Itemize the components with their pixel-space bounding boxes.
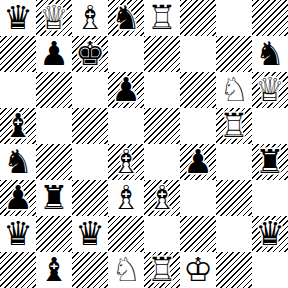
piece-halo: ♛ (252, 72, 288, 108)
piece-halo: ♛ (36, 0, 72, 36)
square-f5[interactable] (180, 108, 216, 144)
piece-black-knight: ♞ (0, 144, 36, 180)
square-e8[interactable]: ♜♖ (144, 0, 180, 36)
square-e4[interactable] (144, 144, 180, 180)
chess-board: ♛♛♛♕♝♗♞♞♜♖♟♟♚♚♞♞♟♟♞♘♛♕♝♝♜♖♞♞♝♗♟♟♜♜♟♟♜♜♝♗… (0, 0, 288, 288)
piece-halo: ♛ (0, 0, 36, 36)
square-a8[interactable]: ♛♛ (0, 0, 36, 36)
square-d1[interactable]: ♞♘ (108, 252, 144, 288)
square-a6[interactable] (0, 72, 36, 108)
piece-black-pawn: ♟ (0, 180, 36, 216)
square-f6[interactable] (180, 72, 216, 108)
piece-black-pawn: ♟ (36, 36, 72, 72)
piece-white-bishop: ♗ (108, 180, 144, 216)
piece-black-queen: ♛ (0, 216, 36, 252)
square-d6[interactable]: ♟♟ (108, 72, 144, 108)
square-h6[interactable]: ♛♕ (252, 72, 288, 108)
piece-halo: ♚ (72, 36, 108, 72)
square-a3[interactable]: ♟♟ (0, 180, 36, 216)
piece-white-rook: ♖ (216, 108, 252, 144)
piece-black-queen: ♛ (72, 216, 108, 252)
square-f2[interactable] (180, 216, 216, 252)
piece-white-rook: ♖ (144, 252, 180, 288)
piece-halo: ♝ (108, 144, 144, 180)
piece-black-rook: ♜ (252, 144, 288, 180)
square-h7[interactable]: ♞♞ (252, 36, 288, 72)
piece-halo: ♝ (108, 180, 144, 216)
piece-halo: ♚ (180, 252, 216, 288)
square-d7[interactable] (108, 36, 144, 72)
square-h2[interactable]: ♛♛ (252, 216, 288, 252)
piece-black-pawn: ♟ (180, 144, 216, 180)
square-h3[interactable] (252, 180, 288, 216)
piece-halo: ♞ (0, 144, 36, 180)
square-e1[interactable]: ♜♖ (144, 252, 180, 288)
piece-white-bishop: ♗ (144, 180, 180, 216)
square-c1[interactable] (72, 252, 108, 288)
square-a7[interactable] (0, 36, 36, 72)
square-f1[interactable]: ♚♔ (180, 252, 216, 288)
square-f8[interactable] (180, 0, 216, 36)
square-a4[interactable]: ♞♞ (0, 144, 36, 180)
square-b8[interactable]: ♛♕ (36, 0, 72, 36)
piece-halo: ♟ (36, 36, 72, 72)
square-e5[interactable] (144, 108, 180, 144)
piece-halo: ♟ (0, 180, 36, 216)
piece-halo: ♜ (216, 108, 252, 144)
piece-black-rook: ♜ (36, 180, 72, 216)
square-c8[interactable]: ♝♗ (72, 0, 108, 36)
square-g4[interactable] (216, 144, 252, 180)
piece-black-bishop: ♝ (36, 252, 72, 288)
piece-white-queen: ♕ (252, 72, 288, 108)
square-f4[interactable]: ♟♟ (180, 144, 216, 180)
piece-halo: ♛ (252, 216, 288, 252)
piece-halo: ♞ (108, 0, 144, 36)
square-e7[interactable] (144, 36, 180, 72)
square-c3[interactable] (72, 180, 108, 216)
square-b1[interactable]: ♝♝ (36, 252, 72, 288)
piece-black-king: ♚ (72, 36, 108, 72)
piece-black-queen: ♛ (252, 216, 288, 252)
piece-halo: ♝ (144, 180, 180, 216)
piece-halo: ♞ (252, 36, 288, 72)
piece-black-queen: ♛ (0, 0, 36, 36)
piece-halo: ♛ (72, 216, 108, 252)
square-h4[interactable]: ♜♜ (252, 144, 288, 180)
square-b3[interactable]: ♜♜ (36, 180, 72, 216)
piece-halo: ♟ (180, 144, 216, 180)
piece-halo: ♝ (0, 108, 36, 144)
square-d2[interactable] (108, 216, 144, 252)
square-f3[interactable] (180, 180, 216, 216)
square-h8[interactable] (252, 0, 288, 36)
piece-halo: ♞ (108, 252, 144, 288)
piece-white-bishop: ♗ (108, 144, 144, 180)
square-h1[interactable] (252, 252, 288, 288)
square-g5[interactable]: ♜♖ (216, 108, 252, 144)
piece-black-pawn: ♟ (108, 72, 144, 108)
square-g6[interactable]: ♞♘ (216, 72, 252, 108)
square-g8[interactable] (216, 0, 252, 36)
square-b7[interactable]: ♟♟ (36, 36, 72, 72)
piece-halo: ♛ (0, 216, 36, 252)
square-h5[interactable] (252, 108, 288, 144)
square-b5[interactable] (36, 108, 72, 144)
piece-white-knight: ♘ (216, 72, 252, 108)
square-g7[interactable] (216, 36, 252, 72)
square-g1[interactable] (216, 252, 252, 288)
piece-halo: ♜ (36, 180, 72, 216)
piece-halo: ♜ (144, 0, 180, 36)
square-c2[interactable]: ♛♛ (72, 216, 108, 252)
square-b2[interactable] (36, 216, 72, 252)
square-c5[interactable] (72, 108, 108, 144)
square-d8[interactable]: ♞♞ (108, 0, 144, 36)
square-a2[interactable]: ♛♛ (0, 216, 36, 252)
piece-halo: ♜ (144, 252, 180, 288)
square-a5[interactable]: ♝♝ (0, 108, 36, 144)
square-e2[interactable] (144, 216, 180, 252)
piece-black-knight: ♞ (252, 36, 288, 72)
square-c6[interactable] (72, 72, 108, 108)
square-c7[interactable]: ♚♚ (72, 36, 108, 72)
square-b4[interactable] (36, 144, 72, 180)
square-d5[interactable] (108, 108, 144, 144)
piece-white-king: ♔ (180, 252, 216, 288)
square-b6[interactable] (36, 72, 72, 108)
piece-white-queen: ♕ (36, 0, 72, 36)
square-e3[interactable]: ♝♗ (144, 180, 180, 216)
piece-halo: ♜ (252, 144, 288, 180)
piece-halo: ♟ (108, 72, 144, 108)
square-d4[interactable]: ♝♗ (108, 144, 144, 180)
square-d3[interactable]: ♝♗ (108, 180, 144, 216)
square-c4[interactable] (72, 144, 108, 180)
square-g2[interactable] (216, 216, 252, 252)
piece-black-knight: ♞ (108, 0, 144, 36)
square-a1[interactable] (0, 252, 36, 288)
piece-white-knight: ♘ (108, 252, 144, 288)
piece-white-bishop: ♗ (72, 0, 108, 36)
square-f7[interactable] (180, 36, 216, 72)
piece-black-bishop: ♝ (0, 108, 36, 144)
piece-halo: ♝ (36, 252, 72, 288)
piece-white-rook: ♖ (144, 0, 180, 36)
square-g3[interactable] (216, 180, 252, 216)
square-e6[interactable] (144, 72, 180, 108)
piece-halo: ♝ (72, 0, 108, 36)
piece-halo: ♞ (216, 72, 252, 108)
